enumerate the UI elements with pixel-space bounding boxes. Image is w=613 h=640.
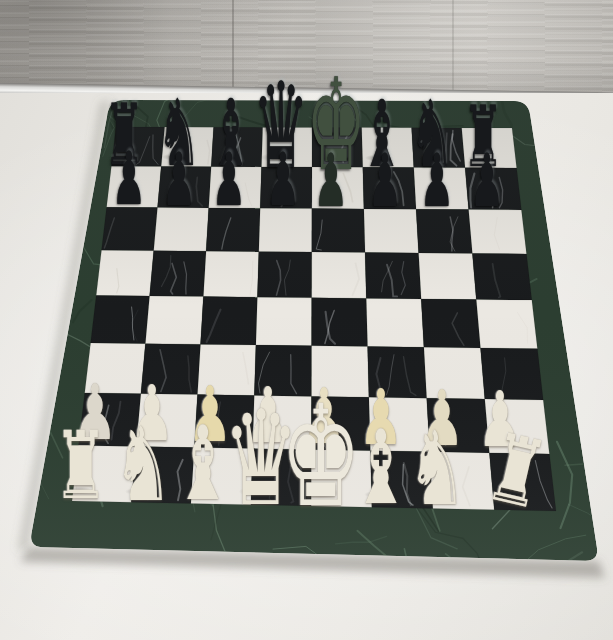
photo-scene: ♜♞♝♛♚♝♞♜♟♟♟♟♟♟♟♟♟♟♟♟♟♟♟♟♜♞♝♛♚♝♞♜ xyxy=(0,0,613,640)
chess-board xyxy=(0,0,613,640)
